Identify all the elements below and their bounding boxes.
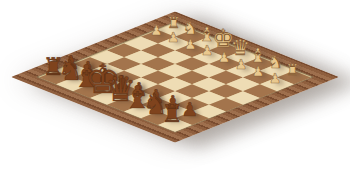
piece-white-rook: ♜: [143, 16, 203, 31]
chess-set-photo: ♜♞♝♚♛♝♞♜♟♟♟♟♟♟♟♟♟♟♟♟♟♟♟♟♜♞♝♚♛♝♞♜: [0, 0, 350, 175]
board-inner-border: ♜♞♝♚♛♝♞♜♟♟♟♟♟♟♟♟♟♟♟♟♟♟♟♟♜♞♝♚♛♝♞♜: [36, 22, 313, 133]
board-grid: ♜♞♝♚♛♝♞♜♟♟♟♟♟♟♟♟♟♟♟♟♟♟♟♟♜♞♝♚♛♝♞♜: [39, 23, 311, 132]
chess-board-frame: ♜♞♝♚♛♝♞♜♟♟♟♟♟♟♟♟♟♟♟♟♟♟♟♟♜♞♝♚♛♝♞♜: [11, 11, 339, 142]
